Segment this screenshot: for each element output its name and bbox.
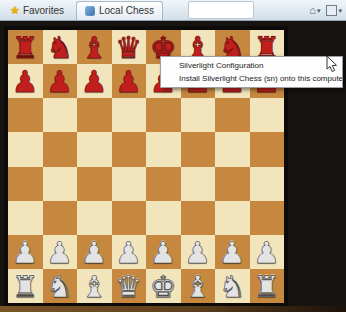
square-g1[interactable]: ♞ (215, 269, 250, 303)
square-a3[interactable] (8, 201, 43, 235)
square-f3[interactable] (181, 201, 216, 235)
white-pawn-piece[interactable]: ♟ (115, 236, 142, 269)
square-a5[interactable] (8, 132, 43, 166)
white-bishop-piece[interactable]: ♝ (184, 270, 211, 303)
red-knight-piece[interactable]: ♞ (46, 31, 73, 64)
red-bishop-piece[interactable]: ♝ (81, 31, 108, 64)
square-b8[interactable]: ♞ (43, 30, 78, 64)
square-a8[interactable]: ♜ (8, 30, 43, 64)
menu-item-install-app[interactable]: Install Silverlight Chess (sn) onto this… (161, 72, 342, 85)
command-bar: ⌂ ▾ ▾ (307, 0, 344, 20)
browser-chrome-bar: ★ Favorites Local Chess ⌂ ▾ ▾ (0, 0, 346, 21)
square-d1[interactable]: ♛ (112, 269, 147, 303)
square-b5[interactable] (43, 132, 78, 166)
square-c5[interactable] (77, 132, 112, 166)
browser-window: ★ Favorites Local Chess ⌂ ▾ ▾ ♜♞♝♛♚♝♞♜♟♟… (0, 0, 346, 312)
mouse-cursor-icon (326, 56, 338, 78)
square-c4[interactable] (77, 167, 112, 201)
square-f4[interactable] (181, 167, 216, 201)
square-e6[interactable] (146, 98, 181, 132)
red-pawn-piece[interactable]: ♟ (115, 65, 142, 98)
white-pawn-piece[interactable]: ♟ (81, 236, 108, 269)
square-h3[interactable] (250, 201, 285, 235)
square-a2[interactable]: ♟ (8, 235, 43, 269)
white-pawn-piece[interactable]: ♟ (46, 236, 73, 269)
menu-item-silverlight-configuration[interactable]: Silverlight Configuration (161, 59, 342, 72)
square-g2[interactable]: ♟ (215, 235, 250, 269)
page-button[interactable]: ▾ (324, 2, 344, 18)
silverlight-page-icon (85, 6, 95, 16)
square-h4[interactable] (250, 167, 285, 201)
favorites-label: Favorites (23, 5, 64, 16)
square-f5[interactable] (181, 132, 216, 166)
white-pawn-piece[interactable]: ♟ (219, 236, 246, 269)
square-b2[interactable]: ♟ (43, 235, 78, 269)
square-d2[interactable]: ♟ (112, 235, 147, 269)
square-c6[interactable] (77, 98, 112, 132)
square-b7[interactable]: ♟ (43, 64, 78, 98)
white-pawn-piece[interactable]: ♟ (184, 236, 211, 269)
square-g3[interactable] (215, 201, 250, 235)
tab-local-chess[interactable]: Local Chess (76, 1, 163, 20)
square-e2[interactable]: ♟ (146, 235, 181, 269)
home-icon: ⌂ (309, 5, 316, 16)
new-tab-button[interactable] (188, 1, 254, 19)
square-d8[interactable]: ♛ (112, 30, 147, 64)
square-a6[interactable] (8, 98, 43, 132)
white-knight-piece[interactable]: ♞ (219, 270, 246, 303)
square-h1[interactable]: ♜ (250, 269, 285, 303)
white-pawn-piece[interactable]: ♟ (12, 236, 39, 269)
white-pawn-piece[interactable]: ♟ (253, 236, 280, 269)
chevron-down-icon: ▾ (338, 7, 342, 14)
square-b1[interactable]: ♞ (43, 269, 78, 303)
square-g4[interactable] (215, 167, 250, 201)
favorites-star-icon: ★ (10, 5, 20, 16)
square-c8[interactable]: ♝ (77, 30, 112, 64)
white-pawn-piece[interactable]: ♟ (150, 236, 177, 269)
red-pawn-piece[interactable]: ♟ (46, 65, 73, 98)
tab-title: Local Chess (99, 5, 154, 16)
square-b6[interactable] (43, 98, 78, 132)
square-f2[interactable]: ♟ (181, 235, 216, 269)
square-a4[interactable] (8, 167, 43, 201)
white-knight-piece[interactable]: ♞ (46, 270, 73, 303)
square-h6[interactable] (250, 98, 285, 132)
white-rook-piece[interactable]: ♜ (12, 270, 39, 303)
white-queen-piece[interactable]: ♛ (115, 270, 142, 303)
square-d4[interactable] (112, 167, 147, 201)
square-e4[interactable] (146, 167, 181, 201)
square-h5[interactable] (250, 132, 285, 166)
chevron-down-icon: ▾ (317, 7, 321, 14)
white-rook-piece[interactable]: ♜ (253, 270, 280, 303)
red-rook-piece[interactable]: ♜ (12, 31, 39, 64)
square-d3[interactable] (112, 201, 147, 235)
red-queen-piece[interactable]: ♛ (115, 31, 142, 64)
square-a1[interactable]: ♜ (8, 269, 43, 303)
square-d5[interactable] (112, 132, 147, 166)
square-b3[interactable] (43, 201, 78, 235)
square-d6[interactable] (112, 98, 147, 132)
square-g5[interactable] (215, 132, 250, 166)
square-g6[interactable] (215, 98, 250, 132)
favorites-button[interactable]: ★ Favorites (4, 1, 70, 19)
red-pawn-piece[interactable]: ♟ (12, 65, 39, 98)
window-bottom-edge (0, 306, 346, 312)
square-h2[interactable]: ♟ (250, 235, 285, 269)
square-c3[interactable] (77, 201, 112, 235)
red-pawn-piece[interactable]: ♟ (81, 65, 108, 98)
square-c2[interactable]: ♟ (77, 235, 112, 269)
square-c7[interactable]: ♟ (77, 64, 112, 98)
square-e5[interactable] (146, 132, 181, 166)
square-f1[interactable]: ♝ (181, 269, 216, 303)
white-king-piece[interactable]: ♚ (150, 270, 177, 303)
square-a7[interactable]: ♟ (8, 64, 43, 98)
page-icon (326, 5, 337, 16)
square-d7[interactable]: ♟ (112, 64, 147, 98)
white-bishop-piece[interactable]: ♝ (81, 270, 108, 303)
square-c1[interactable]: ♝ (77, 269, 112, 303)
square-e1[interactable]: ♚ (146, 269, 181, 303)
home-button[interactable]: ⌂ ▾ (307, 2, 322, 18)
silverlight-context-menu: Silverlight Configuration Install Silver… (160, 56, 343, 88)
square-b4[interactable] (43, 167, 78, 201)
square-f6[interactable] (181, 98, 216, 132)
square-e3[interactable] (146, 201, 181, 235)
